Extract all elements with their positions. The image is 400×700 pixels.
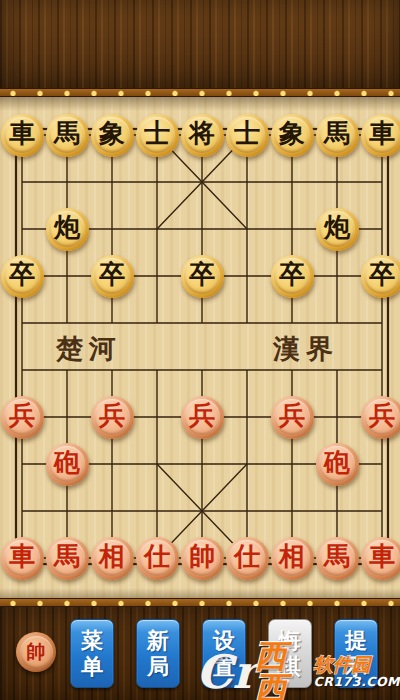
piece-glyph: 馬 <box>54 544 80 570</box>
piece-face: 将 <box>184 117 220 153</box>
piece-red-cannon[interactable]: 砲 <box>316 443 359 486</box>
piece-glyph: 相 <box>99 544 125 570</box>
piece-black-horse[interactable]: 馬 <box>316 114 359 157</box>
button-char: 新 <box>147 629 169 652</box>
piece-face: 仕 <box>139 540 175 576</box>
bottom-button-bar: 菜单新局设置悔棋提示 <box>70 619 378 688</box>
piece-face: 砲 <box>319 446 355 482</box>
piece-red-horse[interactable]: 馬 <box>46 537 89 580</box>
button-char: 棋 <box>279 655 301 678</box>
piece-face: 車 <box>4 117 40 153</box>
piece-glyph: 卒 <box>189 262 215 288</box>
piece-face: 車 <box>364 540 400 576</box>
piece-face: 卒 <box>274 258 310 294</box>
piece-glyph: 砲 <box>324 450 350 476</box>
piece-face: 象 <box>94 117 130 153</box>
piece-black-soldier[interactable]: 卒 <box>91 255 134 298</box>
piece-face: 卒 <box>4 258 40 294</box>
piece-glyph: 馬 <box>324 544 350 570</box>
piece-glyph: 砲 <box>54 450 80 476</box>
piece-face: 卒 <box>94 258 130 294</box>
piece-glyph: 馬 <box>54 121 80 147</box>
piece-red-cannon[interactable]: 砲 <box>46 443 89 486</box>
piece-face: 象 <box>274 117 310 153</box>
piece-black-cannon[interactable]: 炮 <box>316 208 359 251</box>
piece-face: 相 <box>274 540 310 576</box>
piece-glyph: 卒 <box>369 262 395 288</box>
piece-black-advisor[interactable]: 士 <box>136 114 179 157</box>
wood-frame-top <box>0 0 400 88</box>
piece-glyph: 兵 <box>189 403 215 429</box>
piece-black-chariot[interactable]: 車 <box>1 114 44 157</box>
turn-indicator-piece: 帥 <box>16 632 56 672</box>
menu-button[interactable]: 菜单 <box>70 619 114 688</box>
piece-red-soldier[interactable]: 兵 <box>1 396 44 439</box>
piece-black-elephant[interactable]: 象 <box>271 114 314 157</box>
turn-indicator-face: 帥 <box>20 636 53 669</box>
piece-glyph: 象 <box>279 121 305 147</box>
piece-face: 兵 <box>274 399 310 435</box>
button-char: 示 <box>345 655 367 678</box>
piece-glyph: 卒 <box>9 262 35 288</box>
piece-black-cannon[interactable]: 炮 <box>46 208 89 251</box>
piece-face: 士 <box>229 117 265 153</box>
piece-face: 馬 <box>49 117 85 153</box>
button-char: 菜 <box>81 629 103 652</box>
piece-face: 卒 <box>184 258 220 294</box>
piece-face: 馬 <box>319 117 355 153</box>
xiangqi-board[interactable]: 楚河 漢界 車馬象士将士象馬車炮炮卒卒卒卒卒兵兵兵兵兵砲砲車馬相仕帥仕相馬車 <box>0 97 400 598</box>
piece-face: 士 <box>139 117 175 153</box>
piece-black-horse[interactable]: 馬 <box>46 114 89 157</box>
piece-face: 馬 <box>319 540 355 576</box>
piece-red-chariot[interactable]: 車 <box>1 537 44 580</box>
piece-face: 兵 <box>184 399 220 435</box>
piece-glyph: 仕 <box>234 544 260 570</box>
piece-face: 車 <box>4 540 40 576</box>
piece-face: 帥 <box>184 540 220 576</box>
turn-indicator-glyph: 帥 <box>27 639 46 665</box>
settings-button[interactable]: 设置 <box>202 619 246 688</box>
piece-glyph: 馬 <box>324 121 350 147</box>
piece-face: 卒 <box>364 258 400 294</box>
rivet-strip-top <box>0 88 400 97</box>
piece-black-advisor[interactable]: 士 <box>226 114 269 157</box>
button-char: 置 <box>213 655 235 678</box>
piece-face: 仕 <box>229 540 265 576</box>
piece-black-soldier[interactable]: 卒 <box>361 255 400 298</box>
button-char: 提 <box>345 629 367 652</box>
hint-button[interactable]: 提示 <box>334 619 378 688</box>
piece-glyph: 将 <box>189 121 215 147</box>
piece-black-chariot[interactable]: 車 <box>361 114 400 157</box>
piece-red-chariot[interactable]: 車 <box>361 537 400 580</box>
piece-glyph: 兵 <box>369 403 395 429</box>
piece-black-elephant[interactable]: 象 <box>91 114 134 157</box>
piece-black-general[interactable]: 将 <box>181 114 224 157</box>
piece-face: 兵 <box>364 399 400 435</box>
button-char: 悔 <box>279 629 301 652</box>
piece-black-soldier[interactable]: 卒 <box>271 255 314 298</box>
piece-glyph: 相 <box>279 544 305 570</box>
piece-glyph: 卒 <box>99 262 125 288</box>
new-game-button[interactable]: 新局 <box>136 619 180 688</box>
piece-red-soldier[interactable]: 兵 <box>91 396 134 439</box>
piece-red-horse[interactable]: 馬 <box>316 537 359 580</box>
piece-red-general[interactable]: 帥 <box>181 537 224 580</box>
piece-red-soldier[interactable]: 兵 <box>181 396 224 439</box>
pieces-layer: 車馬象士将士象馬車炮炮卒卒卒卒卒兵兵兵兵兵砲砲車馬相仕帥仕相馬車 <box>0 112 400 582</box>
undo-button[interactable]: 悔棋 <box>268 619 312 688</box>
rivet-strip-bottom <box>0 598 400 607</box>
piece-glyph: 仕 <box>144 544 170 570</box>
piece-face: 兵 <box>4 399 40 435</box>
piece-red-soldier[interactable]: 兵 <box>361 396 400 439</box>
piece-glyph: 炮 <box>54 215 80 241</box>
piece-red-elephant[interactable]: 相 <box>91 537 134 580</box>
piece-face: 馬 <box>49 540 85 576</box>
piece-red-soldier[interactable]: 兵 <box>271 396 314 439</box>
piece-glyph: 士 <box>144 121 170 147</box>
piece-red-advisor[interactable]: 仕 <box>136 537 179 580</box>
xiangqi-app-screen: 楚河 漢界 車馬象士将士象馬車炮炮卒卒卒卒卒兵兵兵兵兵砲砲車馬相仕帥仕相馬車 帥… <box>0 0 400 700</box>
piece-face: 炮 <box>49 211 85 247</box>
piece-red-elephant[interactable]: 相 <box>271 537 314 580</box>
piece-glyph: 車 <box>9 121 35 147</box>
piece-glyph: 車 <box>369 544 395 570</box>
piece-red-advisor[interactable]: 仕 <box>226 537 269 580</box>
button-char: 局 <box>147 655 169 678</box>
piece-face: 炮 <box>319 211 355 247</box>
piece-glyph: 兵 <box>99 403 125 429</box>
piece-glyph: 象 <box>99 121 125 147</box>
piece-glyph: 炮 <box>324 215 350 241</box>
button-char: 单 <box>81 655 103 678</box>
piece-face: 砲 <box>49 446 85 482</box>
piece-face: 相 <box>94 540 130 576</box>
piece-black-soldier[interactable]: 卒 <box>181 255 224 298</box>
piece-glyph: 兵 <box>9 403 35 429</box>
piece-glyph: 兵 <box>279 403 305 429</box>
piece-glyph: 車 <box>369 121 395 147</box>
piece-face: 兵 <box>94 399 130 435</box>
piece-face: 車 <box>364 117 400 153</box>
piece-glyph: 士 <box>234 121 260 147</box>
piece-glyph: 車 <box>9 544 35 570</box>
button-char: 设 <box>213 629 235 652</box>
piece-glyph: 帥 <box>189 544 215 570</box>
piece-glyph: 卒 <box>279 262 305 288</box>
piece-black-soldier[interactable]: 卒 <box>1 255 44 298</box>
